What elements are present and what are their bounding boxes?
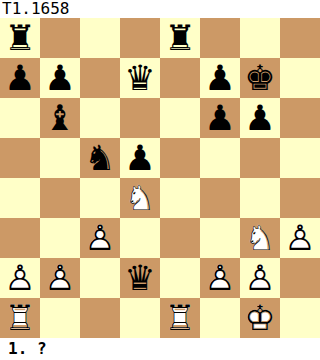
black-bishop-piece: ♝ <box>40 98 80 138</box>
square-d8[interactable] <box>120 18 160 58</box>
square-b1[interactable] <box>40 298 80 338</box>
square-b6[interactable]: ♝ <box>40 98 80 138</box>
square-d6[interactable] <box>120 98 160 138</box>
square-c2[interactable] <box>80 258 120 298</box>
square-b5[interactable] <box>40 138 80 178</box>
square-g8[interactable] <box>240 18 280 58</box>
black-rook-piece: ♜ <box>160 18 200 58</box>
square-h2[interactable] <box>280 258 320 298</box>
white-rook-piece: ♜♖ <box>160 298 200 338</box>
square-a4[interactable] <box>0 178 40 218</box>
square-d2[interactable]: ♛ <box>120 258 160 298</box>
square-c4[interactable] <box>80 178 120 218</box>
black-knight-piece: ♞ <box>80 138 120 178</box>
square-g1[interactable]: ♚♔ <box>240 298 280 338</box>
black-queen-piece: ♛ <box>120 58 160 98</box>
square-b2[interactable]: ♟♙ <box>40 258 80 298</box>
square-h5[interactable] <box>280 138 320 178</box>
white-pawn-piece: ♟♙ <box>200 258 240 298</box>
white-knight-piece: ♞♘ <box>240 218 280 258</box>
square-f2[interactable]: ♟♙ <box>200 258 240 298</box>
square-e6[interactable] <box>160 98 200 138</box>
white-pawn-piece: ♟♙ <box>280 218 320 258</box>
square-c8[interactable] <box>80 18 120 58</box>
square-h6[interactable] <box>280 98 320 138</box>
square-f1[interactable] <box>200 298 240 338</box>
black-pawn-piece: ♟ <box>0 58 40 98</box>
square-g5[interactable] <box>240 138 280 178</box>
black-rook-piece: ♜ <box>0 18 40 58</box>
square-b8[interactable] <box>40 18 80 58</box>
square-h8[interactable] <box>280 18 320 58</box>
square-f6[interactable]: ♟ <box>200 98 240 138</box>
square-d7[interactable]: ♛ <box>120 58 160 98</box>
square-d3[interactable] <box>120 218 160 258</box>
white-pawn-piece: ♟♙ <box>40 258 80 298</box>
white-knight-piece: ♞♘ <box>120 178 160 218</box>
square-e4[interactable] <box>160 178 200 218</box>
white-king-piece: ♚♔ <box>240 298 280 338</box>
square-e7[interactable] <box>160 58 200 98</box>
square-e2[interactable] <box>160 258 200 298</box>
square-a1[interactable]: ♜♖ <box>0 298 40 338</box>
square-g6[interactable]: ♟ <box>240 98 280 138</box>
white-rook-piece: ♜♖ <box>0 298 40 338</box>
square-d5[interactable]: ♟ <box>120 138 160 178</box>
square-h7[interactable] <box>280 58 320 98</box>
square-f3[interactable] <box>200 218 240 258</box>
square-h4[interactable] <box>280 178 320 218</box>
square-d1[interactable] <box>120 298 160 338</box>
black-pawn-piece: ♟ <box>200 58 240 98</box>
square-a2[interactable]: ♟♙ <box>0 258 40 298</box>
square-c1[interactable] <box>80 298 120 338</box>
square-a6[interactable] <box>0 98 40 138</box>
square-b3[interactable] <box>40 218 80 258</box>
square-c7[interactable] <box>80 58 120 98</box>
square-g2[interactable]: ♟♙ <box>240 258 280 298</box>
square-d4[interactable]: ♞♘ <box>120 178 160 218</box>
square-g3[interactable]: ♞♘ <box>240 218 280 258</box>
square-c6[interactable] <box>80 98 120 138</box>
black-pawn-piece: ♟ <box>40 58 80 98</box>
square-h1[interactable] <box>280 298 320 338</box>
square-b7[interactable]: ♟ <box>40 58 80 98</box>
white-pawn-piece: ♟♙ <box>80 218 120 258</box>
square-a8[interactable]: ♜ <box>0 18 40 58</box>
black-king-piece: ♚ <box>240 58 280 98</box>
black-pawn-piece: ♟ <box>240 98 280 138</box>
white-pawn-piece: ♟♙ <box>240 258 280 298</box>
black-pawn-piece: ♟ <box>120 138 160 178</box>
square-f5[interactable] <box>200 138 240 178</box>
chess-board: ♜♜♟♟♛♟♚♝♟♟♞♟♞♘♟♙♞♘♟♙♟♙♟♙♛♟♙♟♙♜♖♜♖♚♔ <box>0 18 320 338</box>
square-a7[interactable]: ♟ <box>0 58 40 98</box>
move-prompt: 1. ? <box>0 338 320 360</box>
square-f4[interactable] <box>200 178 240 218</box>
square-c5[interactable]: ♞ <box>80 138 120 178</box>
black-pawn-piece: ♟ <box>200 98 240 138</box>
square-e5[interactable] <box>160 138 200 178</box>
square-f7[interactable]: ♟ <box>200 58 240 98</box>
black-queen-piece: ♛ <box>120 258 160 298</box>
puzzle-id: T1.1658 <box>0 0 320 18</box>
square-a3[interactable] <box>0 218 40 258</box>
square-c3[interactable]: ♟♙ <box>80 218 120 258</box>
square-g7[interactable]: ♚ <box>240 58 280 98</box>
square-g4[interactable] <box>240 178 280 218</box>
white-pawn-piece: ♟♙ <box>0 258 40 298</box>
square-e1[interactable]: ♜♖ <box>160 298 200 338</box>
square-f8[interactable] <box>200 18 240 58</box>
square-h3[interactable]: ♟♙ <box>280 218 320 258</box>
square-e3[interactable] <box>160 218 200 258</box>
square-a5[interactable] <box>0 138 40 178</box>
square-b4[interactable] <box>40 178 80 218</box>
square-e8[interactable]: ♜ <box>160 18 200 58</box>
